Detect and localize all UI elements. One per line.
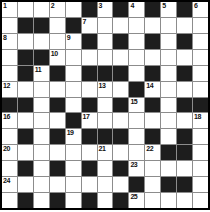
black-cell-r1c10	[145, 2, 160, 17]
clue-number-19: 19	[67, 129, 74, 137]
black-cell-r7c13	[193, 98, 208, 113]
clue-number-4: 4	[130, 2, 133, 10]
cell-r4c1[interactable]	[2, 50, 17, 65]
crossword-grid: 1234567891011121314151617181920212223242…	[0, 0, 210, 210]
cell-r6c6[interactable]	[82, 82, 97, 97]
cell-r12c13[interactable]	[193, 177, 208, 192]
cell-r5c5[interactable]	[66, 66, 81, 81]
cell-r10c6[interactable]	[82, 145, 97, 160]
cell-r6c7[interactable]: 13	[98, 82, 113, 97]
clue-number-3: 3	[99, 2, 102, 10]
cell-r12c5[interactable]	[66, 177, 81, 192]
cell-r5c11[interactable]	[161, 66, 176, 81]
cell-r11c3[interactable]	[34, 161, 49, 176]
black-cell-r6c9	[129, 82, 144, 97]
clue-number-21: 21	[99, 145, 106, 153]
black-cell-r7c8	[113, 98, 128, 113]
clue-number-22: 22	[146, 145, 153, 153]
cell-r1c1[interactable]: 1	[2, 2, 17, 17]
black-cell-r12c9	[129, 177, 144, 192]
cell-r2c7[interactable]	[98, 18, 113, 33]
cell-r9c9[interactable]	[129, 129, 144, 144]
cell-r13c5[interactable]	[66, 193, 81, 208]
cell-r6c12[interactable]	[177, 82, 192, 97]
cell-r2c12[interactable]	[177, 18, 192, 33]
black-cell-r2c5	[66, 18, 81, 33]
cell-r10c9[interactable]	[129, 145, 144, 160]
cell-r11c7[interactable]	[98, 161, 113, 176]
black-cell-r12c11	[161, 177, 176, 192]
cell-r10c2[interactable]	[18, 145, 33, 160]
cell-r11c5[interactable]	[66, 161, 81, 176]
cell-r6c3[interactable]	[34, 82, 49, 97]
black-cell-r7c10	[145, 98, 160, 113]
cell-r10c10[interactable]: 22	[145, 145, 160, 160]
cell-r4c8[interactable]	[113, 50, 128, 65]
cell-r1c2[interactable]	[18, 2, 33, 17]
clue-number-25: 25	[130, 193, 137, 201]
cell-r6c1[interactable]: 12	[2, 82, 17, 97]
cell-r11c1[interactable]	[2, 161, 17, 176]
black-cell-r2c2	[18, 18, 33, 33]
cell-r2c11[interactable]	[161, 18, 176, 33]
cell-r4c11[interactable]	[161, 50, 176, 65]
cell-r4c9[interactable]	[129, 50, 144, 65]
clue-number-14: 14	[146, 82, 153, 90]
cell-r13c10[interactable]	[145, 193, 160, 208]
black-cell-r4c3	[34, 50, 49, 65]
cell-r8c11[interactable]	[161, 113, 176, 128]
cell-r4c4[interactable]: 10	[50, 50, 65, 65]
cell-r13c7[interactable]	[98, 193, 113, 208]
cell-r2c4[interactable]	[50, 18, 65, 33]
cell-r7c3[interactable]	[34, 98, 49, 113]
black-cell-r9c8	[113, 129, 128, 144]
cell-r3c5[interactable]: 9	[66, 34, 81, 49]
cell-r8c3[interactable]	[34, 113, 49, 128]
cell-r5c9[interactable]	[129, 66, 144, 81]
black-cell-r3c8	[113, 34, 128, 49]
cell-r10c1[interactable]: 20	[2, 145, 17, 160]
black-cell-r13c4	[50, 193, 65, 208]
clue-number-11: 11	[35, 66, 41, 74]
cell-r8c4[interactable]	[50, 113, 65, 128]
black-cell-r3c12	[177, 34, 192, 49]
black-cell-r2c3	[34, 18, 49, 33]
clue-number-24: 24	[3, 177, 10, 185]
cell-r9c3[interactable]	[34, 129, 49, 144]
cell-r13c13[interactable]	[193, 193, 208, 208]
black-cell-r4c2	[18, 50, 33, 65]
cell-r2c6[interactable]: 7	[82, 18, 97, 33]
cell-r12c7[interactable]	[98, 177, 113, 192]
cell-r12c4[interactable]	[50, 177, 65, 192]
cell-r8c1[interactable]: 16	[2, 113, 17, 128]
black-cell-r1c8	[113, 2, 128, 17]
cell-r12c8[interactable]	[113, 177, 128, 192]
cell-r1c7[interactable]: 3	[98, 2, 113, 17]
clue-number-9: 9	[67, 34, 70, 42]
cell-r2c1[interactable]	[2, 18, 17, 33]
black-cell-r9c10	[145, 129, 160, 144]
cell-r12c1[interactable]: 24	[2, 177, 17, 192]
cell-r8c7[interactable]	[98, 113, 113, 128]
cell-r12c3[interactable]	[34, 177, 49, 192]
cell-r5c1[interactable]	[2, 66, 17, 81]
black-cell-r11c2	[18, 161, 33, 176]
cell-r3c4[interactable]	[50, 34, 65, 49]
cell-r5c13[interactable]	[193, 66, 208, 81]
cell-r8c9[interactable]	[129, 113, 144, 128]
cell-r3c2[interactable]	[18, 34, 33, 49]
black-cell-r9c2	[18, 129, 33, 144]
clue-number-10: 10	[51, 50, 58, 58]
cell-r13c11[interactable]	[161, 193, 176, 208]
cell-r10c5[interactable]	[66, 145, 81, 160]
black-cell-r9c6	[82, 129, 97, 144]
black-cell-r8c5	[66, 113, 81, 128]
cell-r10c3[interactable]	[34, 145, 49, 160]
cell-r5c3[interactable]: 11	[34, 66, 49, 81]
cell-r8c8[interactable]	[113, 113, 128, 128]
black-cell-r13c8	[113, 193, 128, 208]
cell-r8c12[interactable]	[177, 113, 192, 128]
cell-r8c6[interactable]: 17	[82, 113, 97, 128]
black-cell-r1c12	[177, 2, 192, 17]
cell-r4c7[interactable]	[98, 50, 113, 65]
black-cell-r5c8	[113, 66, 128, 81]
black-cell-r7c2	[18, 98, 33, 113]
clue-number-15: 15	[130, 98, 137, 106]
black-cell-r5c12	[177, 66, 192, 81]
cell-r2c8[interactable]	[113, 18, 128, 33]
black-cell-r10c11	[161, 145, 176, 160]
cell-r9c5[interactable]: 19	[66, 129, 81, 144]
cell-r1c4[interactable]: 2	[50, 2, 65, 17]
cell-r13c1[interactable]	[2, 193, 17, 208]
black-cell-r5c10	[145, 66, 160, 81]
cell-r12c2[interactable]	[18, 177, 33, 192]
clue-number-7: 7	[83, 18, 86, 26]
cell-r1c13[interactable]: 6	[193, 2, 208, 17]
black-cell-r7c12	[177, 98, 192, 113]
cell-r1c11[interactable]: 5	[161, 2, 176, 17]
cell-r3c9[interactable]	[129, 34, 144, 49]
cell-r4c6[interactable]	[82, 50, 97, 65]
clue-number-5: 5	[162, 2, 165, 10]
cell-r6c2[interactable]	[18, 82, 33, 97]
black-cell-r7c6	[82, 98, 97, 113]
cell-r8c10[interactable]	[145, 113, 160, 128]
cell-r4c12[interactable]	[177, 50, 192, 65]
clue-number-6: 6	[194, 2, 197, 10]
cell-r9c13[interactable]	[193, 129, 208, 144]
black-cell-r11c8	[113, 161, 128, 176]
cell-r1c9[interactable]: 4	[129, 2, 144, 17]
black-cell-r9c12	[177, 129, 192, 144]
clue-number-12: 12	[3, 82, 10, 90]
cell-r6c5[interactable]	[66, 82, 81, 97]
cell-r13c9[interactable]: 25	[129, 193, 144, 208]
cell-r11c12[interactable]	[177, 161, 192, 176]
cell-r8c2[interactable]	[18, 113, 33, 128]
cell-r12c10[interactable]	[145, 177, 160, 192]
cell-r3c11[interactable]	[161, 34, 176, 49]
cell-r11c10[interactable]	[145, 161, 160, 176]
cell-r1c3[interactable]	[34, 2, 49, 17]
cell-r4c10[interactable]	[145, 50, 160, 65]
black-cell-r1c6	[82, 2, 97, 17]
clue-number-2: 2	[51, 2, 54, 10]
cell-r2c10[interactable]	[145, 18, 160, 33]
cell-r7c5[interactable]	[66, 98, 81, 113]
clue-number-18: 18	[194, 113, 201, 121]
cell-r6c11[interactable]	[161, 82, 176, 97]
cell-r8c13[interactable]: 18	[193, 113, 208, 128]
cell-r11c11[interactable]	[161, 161, 176, 176]
cell-r6c10[interactable]: 14	[145, 82, 160, 97]
cell-r3c3[interactable]	[34, 34, 49, 49]
black-cell-r10c12	[177, 145, 192, 160]
black-cell-r5c7	[98, 66, 113, 81]
cell-r10c7[interactable]: 21	[98, 145, 113, 160]
cell-r11c9[interactable]: 23	[129, 161, 144, 176]
cell-r10c8[interactable]	[113, 145, 128, 160]
cell-r13c3[interactable]	[34, 193, 49, 208]
cell-r7c7[interactable]	[98, 98, 113, 113]
cell-r2c13[interactable]	[193, 18, 208, 33]
black-cell-r9c4	[50, 129, 65, 144]
black-cell-r11c4	[50, 161, 65, 176]
clue-number-16: 16	[3, 113, 10, 121]
cell-r11c13[interactable]	[193, 161, 208, 176]
black-cell-r5c6	[82, 66, 97, 81]
black-cell-r3c10	[145, 34, 160, 49]
black-cell-r11c6	[82, 161, 97, 176]
cell-r10c4[interactable]	[50, 145, 65, 160]
clue-number-8: 8	[3, 34, 6, 42]
cell-r3c1[interactable]: 8	[2, 34, 17, 49]
cell-r9c1[interactable]	[2, 129, 17, 144]
black-cell-r7c4	[50, 98, 65, 113]
cell-r12c6[interactable]	[82, 177, 97, 192]
black-cell-r7c1	[2, 98, 17, 113]
cell-r7c9[interactable]: 15	[129, 98, 144, 113]
cell-r3c7[interactable]	[98, 34, 113, 49]
cell-r13c12[interactable]	[177, 193, 192, 208]
cell-r6c8[interactable]	[113, 82, 128, 97]
black-cell-r5c2	[18, 66, 33, 81]
cell-r4c13[interactable]	[193, 50, 208, 65]
black-cell-r13c6	[82, 193, 97, 208]
cell-r7c11[interactable]	[161, 98, 176, 113]
clue-number-23: 23	[130, 161, 137, 169]
clue-number-13: 13	[99, 82, 106, 90]
cell-r6c4[interactable]	[50, 82, 65, 97]
black-cell-r9c7	[98, 129, 113, 144]
clue-number-1: 1	[3, 2, 6, 10]
cell-r9c11[interactable]	[161, 129, 176, 144]
cell-r3c13[interactable]	[193, 34, 208, 49]
black-cell-r3c6	[82, 34, 97, 49]
cell-r4c5[interactable]	[66, 50, 81, 65]
black-cell-r12c12	[177, 177, 192, 192]
black-cell-r13c2	[18, 193, 33, 208]
cell-r6c13[interactable]	[193, 82, 208, 97]
cell-r2c9[interactable]	[129, 18, 144, 33]
cell-r1c5[interactable]	[66, 2, 81, 17]
clue-number-17: 17	[83, 113, 90, 121]
cell-r10c13[interactable]	[193, 145, 208, 160]
black-cell-r5c4	[50, 66, 65, 81]
clue-number-20: 20	[3, 145, 10, 153]
